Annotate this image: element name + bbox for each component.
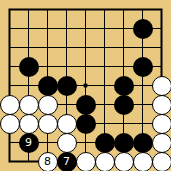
white-stone-glyph: ○ [157, 99, 167, 110]
white-stone-glyph: ○ [157, 137, 167, 148]
point-4-1[interactable] [76, 19, 95, 38]
white-stone: ○ [0, 95, 20, 115]
white-stone: ○ [152, 152, 172, 172]
black-stone: ● [76, 95, 96, 115]
black-stone-glyph: ● [24, 61, 34, 72]
white-stone-glyph: ○ [138, 156, 148, 167]
black-stone: ● [114, 76, 134, 96]
point-3-2[interactable] [57, 38, 76, 57]
black-stone-glyph: ● [81, 118, 91, 129]
white-stone-glyph: ○ [5, 118, 15, 129]
white-stone-glyph: ○ [62, 137, 72, 148]
move-number: 7 [63, 156, 70, 167]
white-stone: ○ [152, 133, 172, 153]
black-stone: ● [114, 95, 134, 115]
point-0-3[interactable] [0, 57, 19, 76]
point-5-1[interactable] [95, 19, 114, 38]
white-stone: ○ [114, 152, 134, 172]
point-4-7[interactable] [76, 133, 95, 152]
white-stone: ○ [57, 133, 77, 153]
white-stone: ○ [76, 152, 96, 172]
black-stone-glyph: ● [62, 80, 72, 91]
black-stone: ● [19, 57, 39, 77]
black-stone: ● [133, 133, 153, 153]
point-8-1[interactable] [152, 19, 171, 38]
white-stone-glyph: ○ [5, 99, 15, 110]
point-1-1[interactable] [19, 19, 38, 38]
point-5-3[interactable] [95, 57, 114, 76]
point-6-1[interactable] [114, 19, 133, 38]
point-5-6[interactable] [95, 114, 114, 133]
white-stone-glyph: ○ [157, 118, 167, 129]
point-6-0[interactable] [114, 0, 133, 19]
point-7-2[interactable] [133, 38, 152, 57]
point-0-2[interactable] [0, 38, 19, 57]
point-8-3[interactable] [152, 57, 171, 76]
point-3-0[interactable] [57, 0, 76, 19]
point-7-5[interactable] [133, 95, 152, 114]
point-3-5[interactable] [57, 95, 76, 114]
black-stone: ● [133, 57, 153, 77]
white-stone: ○ [0, 114, 20, 134]
point-7-6[interactable] [133, 114, 152, 133]
point-8-0[interactable] [152, 0, 171, 19]
white-stone-glyph: ○ [43, 99, 53, 110]
point-1-4[interactable] [19, 76, 38, 95]
point-4-0[interactable] [76, 0, 95, 19]
point-2-1[interactable] [38, 19, 57, 38]
point-1-0[interactable] [19, 0, 38, 19]
white-stone-glyph: ○ [100, 156, 110, 167]
black-stone-move-9: 9 [19, 133, 39, 153]
point-0-8[interactable] [0, 152, 19, 171]
white-stone-glyph: ○ [157, 156, 167, 167]
black-stone-glyph: ● [100, 137, 110, 148]
white-stone: ○ [19, 95, 39, 115]
white-stone: ○ [152, 114, 172, 134]
white-stone-move-8: 8 [38, 152, 58, 172]
point-2-2[interactable] [38, 38, 57, 57]
point-4-4[interactable] [76, 76, 95, 95]
black-stone: ● [95, 133, 115, 153]
black-stone-glyph: ● [81, 99, 91, 110]
black-stone: ● [57, 76, 77, 96]
point-5-5[interactable] [95, 95, 114, 114]
black-stone-glyph: ● [119, 99, 129, 110]
point-0-4[interactable] [0, 76, 19, 95]
black-stone-move-7: 7 [57, 152, 77, 172]
point-1-2[interactable] [19, 38, 38, 57]
white-stone: ○ [38, 114, 58, 134]
white-stone-glyph: ○ [24, 118, 34, 129]
white-stone: ○ [19, 114, 39, 134]
point-0-1[interactable] [0, 19, 19, 38]
white-stone: ○ [152, 76, 172, 96]
black-stone: ● [76, 114, 96, 134]
point-3-3[interactable] [57, 57, 76, 76]
white-stone: ○ [57, 114, 77, 134]
point-2-3[interactable] [38, 57, 57, 76]
white-stone: ○ [95, 152, 115, 172]
white-stone-glyph: ○ [24, 99, 34, 110]
white-stone-glyph: ○ [119, 156, 129, 167]
white-stone: ○ [38, 95, 58, 115]
white-stone-glyph: ○ [81, 156, 91, 167]
point-4-2[interactable] [76, 38, 95, 57]
black-stone: ● [114, 133, 134, 153]
point-6-3[interactable] [114, 57, 133, 76]
black-stone: ● [38, 76, 58, 96]
point-3-1[interactable] [57, 19, 76, 38]
go-board: ●●●●●●○○○○●●○○○○○●○9○●●●○87○○○○○ [0, 0, 171, 171]
point-4-3[interactable] [76, 57, 95, 76]
point-5-4[interactable] [95, 76, 114, 95]
white-stone: ○ [152, 95, 172, 115]
point-2-7[interactable] [38, 133, 57, 152]
white-stone: ○ [133, 152, 153, 172]
point-0-7[interactable] [0, 133, 19, 152]
point-6-2[interactable] [114, 38, 133, 57]
black-stone-glyph: ● [119, 137, 129, 148]
black-stone-glyph: ● [138, 137, 148, 148]
black-stone-glyph: ● [138, 61, 148, 72]
white-stone-glyph: ○ [43, 118, 53, 129]
white-stone-glyph: ○ [62, 118, 72, 129]
black-stone-glyph: ● [138, 23, 148, 34]
point-5-2[interactable] [95, 38, 114, 57]
black-stone-glyph: ● [119, 80, 129, 91]
point-7-4[interactable] [133, 76, 152, 95]
black-stone-glyph: ● [43, 80, 53, 91]
point-6-6[interactable] [114, 114, 133, 133]
point-5-0[interactable] [95, 0, 114, 19]
point-7-0[interactable] [133, 0, 152, 19]
black-stone: ● [133, 19, 153, 39]
point-2-0[interactable] [38, 0, 57, 19]
white-stone-glyph: ○ [157, 80, 167, 91]
point-8-2[interactable] [152, 38, 171, 57]
move-number: 9 [25, 137, 32, 148]
point-0-0[interactable] [0, 0, 19, 19]
move-number: 8 [44, 156, 51, 167]
point-1-8[interactable] [19, 152, 38, 171]
